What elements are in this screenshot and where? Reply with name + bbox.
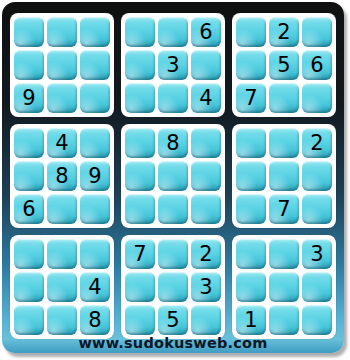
cell-r3c1[interactable]: 9	[14, 83, 44, 113]
cell-r4c3[interactable]	[80, 128, 110, 158]
cell-r3c5[interactable]	[158, 83, 188, 113]
cell-r1c1[interactable]	[14, 17, 44, 47]
cell-r6c2[interactable]	[47, 194, 77, 224]
cell-r3c7[interactable]: 7	[236, 83, 266, 113]
cell-r3c3[interactable]	[80, 83, 110, 113]
sudoku-box-1-1: 9	[10, 13, 114, 117]
cell-r1c6[interactable]: 6	[191, 17, 221, 47]
cell-r2c2[interactable]	[47, 50, 77, 80]
cell-r1c7[interactable]	[236, 17, 266, 47]
cell-r3c6[interactable]: 4	[191, 83, 221, 113]
sudoku-box-1-2: 634	[121, 13, 225, 117]
cell-r1c8[interactable]: 2	[269, 17, 299, 47]
cell-r6c7[interactable]	[236, 194, 266, 224]
cell-r9c9[interactable]	[302, 305, 332, 335]
cell-r4c2[interactable]: 4	[47, 128, 77, 158]
cell-r6c8[interactable]: 7	[269, 194, 299, 224]
cell-r7c4[interactable]: 7	[125, 239, 155, 269]
cell-r1c9[interactable]	[302, 17, 332, 47]
cell-r7c8[interactable]	[269, 239, 299, 269]
cell-r8c3[interactable]: 4	[80, 272, 110, 302]
cell-r4c5[interactable]: 8	[158, 128, 188, 158]
cell-r4c4[interactable]	[125, 128, 155, 158]
cell-r5c4[interactable]	[125, 161, 155, 191]
cell-r2c3[interactable]	[80, 50, 110, 80]
cell-r4c6[interactable]	[191, 128, 221, 158]
cell-r9c5[interactable]: 5	[158, 305, 188, 335]
sudoku-box-2-2: 8	[121, 124, 225, 228]
sudoku-box-1-3: 2567	[232, 13, 336, 117]
cell-r1c5[interactable]	[158, 17, 188, 47]
cell-r4c9[interactable]: 2	[302, 128, 332, 158]
cell-r5c1[interactable]	[14, 161, 44, 191]
cell-r8c6[interactable]: 3	[191, 272, 221, 302]
cell-r2c6[interactable]	[191, 50, 221, 80]
cell-r1c4[interactable]	[125, 17, 155, 47]
cell-r9c7[interactable]: 1	[236, 305, 266, 335]
cell-r5c3[interactable]: 9	[80, 161, 110, 191]
cell-r7c7[interactable]	[236, 239, 266, 269]
cell-r4c8[interactable]	[269, 128, 299, 158]
cell-r8c5[interactable]	[158, 272, 188, 302]
cell-r2c1[interactable]	[14, 50, 44, 80]
cell-r8c7[interactable]	[236, 272, 266, 302]
page-background: 96342567489682748723531 www.sudokusweb.c…	[0, 0, 350, 360]
cell-r9c3[interactable]: 8	[80, 305, 110, 335]
cell-r8c9[interactable]	[302, 272, 332, 302]
site-url-text: www.sudokusweb.com	[2, 337, 344, 350]
cell-r8c1[interactable]	[14, 272, 44, 302]
cell-r6c4[interactable]	[125, 194, 155, 224]
cell-r5c9[interactable]	[302, 161, 332, 191]
cell-r6c9[interactable]	[302, 194, 332, 224]
cell-r3c8[interactable]	[269, 83, 299, 113]
cell-r2c8[interactable]: 5	[269, 50, 299, 80]
cell-r7c9[interactable]: 3	[302, 239, 332, 269]
cell-r5c7[interactable]	[236, 161, 266, 191]
cell-r4c1[interactable]	[14, 128, 44, 158]
cell-r6c5[interactable]	[158, 194, 188, 224]
cell-r2c5[interactable]: 3	[158, 50, 188, 80]
sudoku-grid: 96342567489682748723531	[10, 13, 336, 339]
cell-r8c2[interactable]	[47, 272, 77, 302]
cell-r7c3[interactable]	[80, 239, 110, 269]
cell-r3c9[interactable]	[302, 83, 332, 113]
cell-r9c6[interactable]	[191, 305, 221, 335]
cell-r9c8[interactable]	[269, 305, 299, 335]
cell-r7c1[interactable]	[14, 239, 44, 269]
cell-r8c8[interactable]	[269, 272, 299, 302]
cell-r5c6[interactable]	[191, 161, 221, 191]
cell-r9c2[interactable]	[47, 305, 77, 335]
cell-r7c5[interactable]	[158, 239, 188, 269]
cell-r2c7[interactable]	[236, 50, 266, 80]
cell-r6c6[interactable]	[191, 194, 221, 224]
cell-r6c1[interactable]: 6	[14, 194, 44, 224]
sudoku-board: 96342567489682748723531 www.sudokusweb.c…	[2, 2, 344, 353]
sudoku-box-2-1: 4896	[10, 124, 114, 228]
cell-r1c3[interactable]	[80, 17, 110, 47]
cell-r7c6[interactable]: 2	[191, 239, 221, 269]
cell-r9c4[interactable]	[125, 305, 155, 335]
sudoku-box-3-3: 31	[232, 235, 336, 339]
cell-r4c7[interactable]	[236, 128, 266, 158]
cell-r8c4[interactable]	[125, 272, 155, 302]
cell-r2c4[interactable]	[125, 50, 155, 80]
cell-r5c5[interactable]	[158, 161, 188, 191]
cell-r3c4[interactable]	[125, 83, 155, 113]
cell-r2c9[interactable]: 6	[302, 50, 332, 80]
cell-r6c3[interactable]	[80, 194, 110, 224]
cell-r9c1[interactable]	[14, 305, 44, 335]
sudoku-box-3-2: 7235	[121, 235, 225, 339]
cell-r1c2[interactable]	[47, 17, 77, 47]
cell-r7c2[interactable]	[47, 239, 77, 269]
sudoku-box-3-1: 48	[10, 235, 114, 339]
cell-r5c2[interactable]: 8	[47, 161, 77, 191]
cell-r3c2[interactable]	[47, 83, 77, 113]
sudoku-box-2-3: 27	[232, 124, 336, 228]
cell-r5c8[interactable]	[269, 161, 299, 191]
